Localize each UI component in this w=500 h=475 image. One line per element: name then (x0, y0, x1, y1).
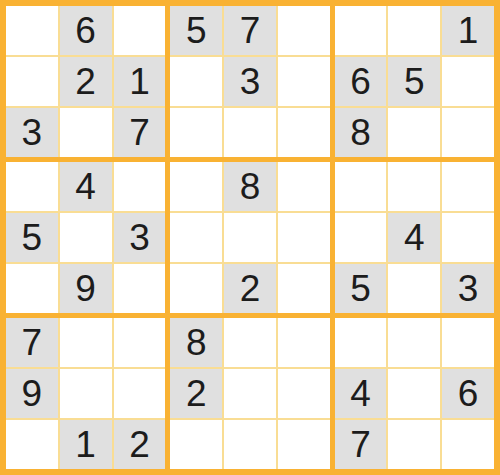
box-r2c2: 82 (170, 162, 329, 313)
cell-r4c2[interactable]: 4 (60, 162, 112, 211)
cell-r2c7[interactable]: 6 (335, 57, 387, 106)
cell-r1c1[interactable] (6, 6, 58, 55)
cell-r9c7[interactable]: 7 (335, 420, 387, 469)
cell-r6c2[interactable]: 9 (60, 264, 112, 313)
cell-r5c7[interactable] (335, 213, 387, 262)
cell-r7c5[interactable] (224, 318, 276, 367)
cell-r6c7[interactable]: 5 (335, 264, 387, 313)
cell-r7c9[interactable] (442, 318, 494, 367)
cell-r3c5[interactable] (224, 108, 276, 157)
cell-r2c6[interactable] (278, 57, 330, 106)
cell-r9c1[interactable] (6, 420, 58, 469)
box-r3c1: 7912 (6, 318, 165, 469)
cell-r6c5[interactable]: 2 (224, 264, 276, 313)
cell-r6c3[interactable] (114, 264, 166, 313)
cell-r1c7[interactable] (335, 6, 387, 55)
cell-r9c8[interactable] (388, 420, 440, 469)
cell-r9c5[interactable] (224, 420, 276, 469)
box-r1c3: 1658 (335, 6, 494, 157)
cell-r4c5[interactable]: 8 (224, 162, 276, 211)
cell-r3c7[interactable]: 8 (335, 108, 387, 157)
box-r3c3: 467 (335, 318, 494, 469)
cell-r4c1[interactable] (6, 162, 58, 211)
cell-r3c4[interactable] (170, 108, 222, 157)
cell-r1c9[interactable]: 1 (442, 6, 494, 55)
cell-r7c7[interactable] (335, 318, 387, 367)
cell-r7c2[interactable] (60, 318, 112, 367)
cell-r1c6[interactable] (278, 6, 330, 55)
cell-r8c3[interactable] (114, 369, 166, 418)
cell-r6c4[interactable] (170, 264, 222, 313)
cell-r2c9[interactable] (442, 57, 494, 106)
cell-r2c2[interactable]: 2 (60, 57, 112, 106)
cell-r4c8[interactable] (388, 162, 440, 211)
cell-r9c4[interactable] (170, 420, 222, 469)
cell-r4c9[interactable] (442, 162, 494, 211)
cell-r3c1[interactable]: 3 (6, 108, 58, 157)
cell-r1c5[interactable]: 7 (224, 6, 276, 55)
cell-r2c3[interactable]: 1 (114, 57, 166, 106)
cell-r2c5[interactable]: 3 (224, 57, 276, 106)
cell-r8c7[interactable]: 4 (335, 369, 387, 418)
cell-r6c6[interactable] (278, 264, 330, 313)
cell-r3c8[interactable] (388, 108, 440, 157)
cell-r1c4[interactable]: 5 (170, 6, 222, 55)
cell-r6c8[interactable] (388, 264, 440, 313)
cell-r4c3[interactable] (114, 162, 166, 211)
cell-r9c6[interactable] (278, 420, 330, 469)
cell-r9c3[interactable]: 2 (114, 420, 166, 469)
cell-r8c4[interactable]: 2 (170, 369, 222, 418)
box-r1c2: 573 (170, 6, 329, 157)
cell-r5c8[interactable]: 4 (388, 213, 440, 262)
cell-r7c3[interactable] (114, 318, 166, 367)
box-r2c1: 4539 (6, 162, 165, 313)
box-r2c3: 453 (335, 162, 494, 313)
cell-r2c1[interactable] (6, 57, 58, 106)
cell-r7c6[interactable] (278, 318, 330, 367)
cell-r5c1[interactable]: 5 (6, 213, 58, 262)
cell-r8c8[interactable] (388, 369, 440, 418)
cell-r4c6[interactable] (278, 162, 330, 211)
cell-r3c6[interactable] (278, 108, 330, 157)
cell-r7c4[interactable]: 8 (170, 318, 222, 367)
cell-r6c1[interactable] (6, 264, 58, 313)
cell-r1c8[interactable] (388, 6, 440, 55)
cell-r6c9[interactable]: 3 (442, 264, 494, 313)
cell-r2c8[interactable]: 5 (388, 57, 440, 106)
cell-r8c2[interactable] (60, 369, 112, 418)
cell-r8c5[interactable] (224, 369, 276, 418)
cell-r4c7[interactable] (335, 162, 387, 211)
sudoku-board: 621375731658453982453791282467 (0, 0, 500, 475)
cell-r5c6[interactable] (278, 213, 330, 262)
box-r3c2: 82 (170, 318, 329, 469)
cell-r5c4[interactable] (170, 213, 222, 262)
cell-r7c8[interactable] (388, 318, 440, 367)
cell-r1c2[interactable]: 6 (60, 6, 112, 55)
cell-r7c1[interactable]: 7 (6, 318, 58, 367)
cell-r4c4[interactable] (170, 162, 222, 211)
cell-r3c9[interactable] (442, 108, 494, 157)
cell-r8c6[interactable] (278, 369, 330, 418)
cell-r1c3[interactable] (114, 6, 166, 55)
cell-r5c5[interactable] (224, 213, 276, 262)
cell-r8c1[interactable]: 9 (6, 369, 58, 418)
cell-r5c3[interactable]: 3 (114, 213, 166, 262)
cell-r3c3[interactable]: 7 (114, 108, 166, 157)
cell-r5c9[interactable] (442, 213, 494, 262)
cell-r8c9[interactable]: 6 (442, 369, 494, 418)
box-r1c1: 62137 (6, 6, 165, 157)
cell-r2c4[interactable] (170, 57, 222, 106)
cell-r3c2[interactable] (60, 108, 112, 157)
cell-r9c9[interactable] (442, 420, 494, 469)
cell-r9c2[interactable]: 1 (60, 420, 112, 469)
cell-r5c2[interactable] (60, 213, 112, 262)
